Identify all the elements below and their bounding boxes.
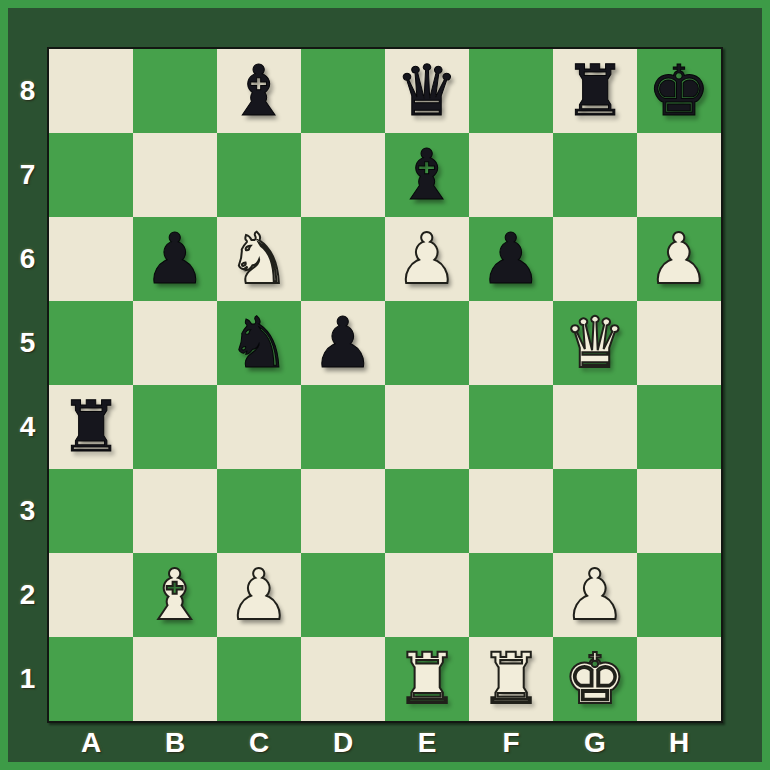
- rank-label-3: 3: [8, 469, 47, 553]
- file-label-G: G: [553, 723, 637, 762]
- white-king-g1: ♚: [564, 637, 627, 721]
- square-a3[interactable]: [49, 469, 133, 553]
- square-e6[interactable]: ♟: [385, 217, 469, 301]
- square-d4[interactable]: [301, 385, 385, 469]
- square-a1[interactable]: [49, 637, 133, 721]
- square-b1[interactable]: [133, 637, 217, 721]
- black-rook-a4: ♜: [60, 385, 123, 469]
- square-h5[interactable]: [637, 301, 721, 385]
- square-d3[interactable]: [301, 469, 385, 553]
- square-h7[interactable]: [637, 133, 721, 217]
- rank-labels: 87654321: [8, 49, 47, 721]
- square-g6[interactable]: [553, 217, 637, 301]
- square-c6[interactable]: ♞: [217, 217, 301, 301]
- square-d2[interactable]: [301, 553, 385, 637]
- white-bishop-b2: ♝: [144, 553, 207, 637]
- square-h8[interactable]: ♚: [637, 49, 721, 133]
- square-c5[interactable]: ♞: [217, 301, 301, 385]
- square-g3[interactable]: [553, 469, 637, 553]
- square-h3[interactable]: [637, 469, 721, 553]
- square-d7[interactable]: [301, 133, 385, 217]
- file-label-C: C: [217, 723, 301, 762]
- rank-label-2: 2: [8, 553, 47, 637]
- square-b7[interactable]: [133, 133, 217, 217]
- square-g2[interactable]: ♟: [553, 553, 637, 637]
- rank-label-1: 1: [8, 637, 47, 721]
- square-f5[interactable]: [469, 301, 553, 385]
- white-pawn-g2: ♟: [564, 553, 627, 637]
- file-label-F: F: [469, 723, 553, 762]
- square-f8[interactable]: [469, 49, 553, 133]
- square-f1[interactable]: ♜: [469, 637, 553, 721]
- file-labels: ABCDEFGH: [49, 723, 721, 762]
- black-king-h8: ♚: [648, 49, 711, 133]
- black-queen-e8: ♛: [396, 49, 459, 133]
- square-f3[interactable]: [469, 469, 553, 553]
- rank-label-4: 4: [8, 385, 47, 469]
- white-rook-e1: ♜: [396, 637, 459, 721]
- square-e1[interactable]: ♜: [385, 637, 469, 721]
- square-e8[interactable]: ♛: [385, 49, 469, 133]
- square-f6[interactable]: ♟: [469, 217, 553, 301]
- square-c3[interactable]: [217, 469, 301, 553]
- square-e7[interactable]: ♝: [385, 133, 469, 217]
- file-label-D: D: [301, 723, 385, 762]
- square-a4[interactable]: ♜: [49, 385, 133, 469]
- white-pawn-c2: ♟: [228, 553, 291, 637]
- square-d5[interactable]: ♟: [301, 301, 385, 385]
- white-pawn-h6: ♟: [648, 217, 711, 301]
- black-pawn-d5: ♟: [312, 301, 375, 385]
- square-h4[interactable]: [637, 385, 721, 469]
- square-e5[interactable]: [385, 301, 469, 385]
- square-e4[interactable]: [385, 385, 469, 469]
- square-a7[interactable]: [49, 133, 133, 217]
- square-f4[interactable]: [469, 385, 553, 469]
- square-a6[interactable]: [49, 217, 133, 301]
- square-h6[interactable]: ♟: [637, 217, 721, 301]
- square-c2[interactable]: ♟: [217, 553, 301, 637]
- square-b2[interactable]: ♝: [133, 553, 217, 637]
- black-rook-g8: ♜: [564, 49, 627, 133]
- rank-label-5: 5: [8, 301, 47, 385]
- rank-label-7: 7: [8, 133, 47, 217]
- rank-label-8: 8: [8, 49, 47, 133]
- square-a2[interactable]: [49, 553, 133, 637]
- square-g5[interactable]: ♛: [553, 301, 637, 385]
- square-e3[interactable]: [385, 469, 469, 553]
- square-b3[interactable]: [133, 469, 217, 553]
- square-h2[interactable]: [637, 553, 721, 637]
- square-c7[interactable]: [217, 133, 301, 217]
- square-b4[interactable]: [133, 385, 217, 469]
- square-d6[interactable]: [301, 217, 385, 301]
- black-knight-c5: ♞: [228, 301, 291, 385]
- square-d8[interactable]: [301, 49, 385, 133]
- square-g1[interactable]: ♚: [553, 637, 637, 721]
- chess-diagram: 87654321 ABCDEFGH ♝♛♜♚♝♟♞♟♟♟♞♟♛♜♝♟♟♜♜♚: [0, 0, 770, 770]
- file-label-H: H: [637, 723, 721, 762]
- square-e2[interactable]: [385, 553, 469, 637]
- square-b5[interactable]: [133, 301, 217, 385]
- rank-label-6: 6: [8, 217, 47, 301]
- black-bishop-c8: ♝: [228, 49, 291, 133]
- black-bishop-e7: ♝: [396, 133, 459, 217]
- white-pawn-e6: ♟: [396, 217, 459, 301]
- file-label-B: B: [133, 723, 217, 762]
- square-c4[interactable]: [217, 385, 301, 469]
- file-label-E: E: [385, 723, 469, 762]
- black-pawn-f6: ♟: [480, 217, 543, 301]
- square-f7[interactable]: [469, 133, 553, 217]
- white-rook-f1: ♜: [480, 637, 543, 721]
- white-knight-c6: ♞: [228, 217, 291, 301]
- square-h1[interactable]: [637, 637, 721, 721]
- square-g4[interactable]: [553, 385, 637, 469]
- black-pawn-b6: ♟: [144, 217, 207, 301]
- square-g8[interactable]: ♜: [553, 49, 637, 133]
- square-a5[interactable]: [49, 301, 133, 385]
- square-a8[interactable]: [49, 49, 133, 133]
- white-queen-g5: ♛: [564, 301, 627, 385]
- square-c1[interactable]: [217, 637, 301, 721]
- square-g7[interactable]: [553, 133, 637, 217]
- square-f2[interactable]: [469, 553, 553, 637]
- file-label-A: A: [49, 723, 133, 762]
- square-c8[interactable]: ♝: [217, 49, 301, 133]
- square-b6[interactable]: ♟: [133, 217, 217, 301]
- square-b8[interactable]: [133, 49, 217, 133]
- chess-board: ♝♛♜♚♝♟♞♟♟♟♞♟♛♜♝♟♟♜♜♚: [47, 47, 723, 723]
- square-d1[interactable]: [301, 637, 385, 721]
